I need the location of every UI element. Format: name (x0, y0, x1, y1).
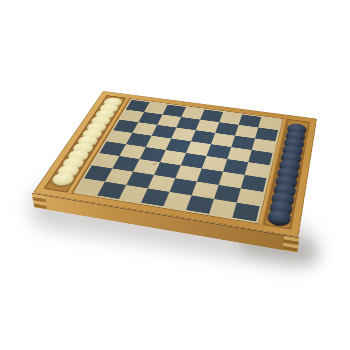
board-square[interactable] (192, 182, 219, 199)
board-square[interactable] (140, 147, 166, 162)
black-checker-piece[interactable] (276, 165, 299, 180)
board-square[interactable] (148, 175, 176, 192)
black-checker-piece[interactable] (275, 173, 299, 189)
board-square[interactable] (154, 162, 181, 178)
photo-background (0, 0, 350, 350)
board-square[interactable] (141, 188, 169, 206)
board-square[interactable] (186, 195, 214, 213)
board-square[interactable] (133, 159, 160, 175)
board-square[interactable] (163, 192, 191, 210)
black-checker-piece[interactable] (271, 190, 296, 207)
board-square[interactable] (248, 150, 272, 165)
board-square[interactable] (76, 178, 105, 195)
board-square[interactable] (84, 165, 112, 181)
board-square[interactable] (160, 150, 186, 165)
wood-stain (153, 163, 157, 165)
board-square[interactable] (175, 165, 201, 181)
board-square[interactable] (237, 188, 264, 206)
board-square[interactable] (119, 185, 148, 203)
board-square[interactable] (126, 172, 154, 189)
board-square[interactable] (181, 153, 207, 168)
board-square[interactable] (241, 175, 267, 192)
board-square[interactable] (219, 172, 245, 189)
board-square[interactable] (209, 199, 237, 218)
board-square[interactable] (197, 168, 223, 184)
board-square[interactable] (92, 153, 119, 168)
black-checker-piece[interactable] (266, 208, 292, 226)
black-checker-piece[interactable] (278, 158, 301, 173)
board-square[interactable] (227, 147, 252, 162)
board-square[interactable] (214, 185, 241, 203)
board-square[interactable] (223, 159, 248, 175)
board-square[interactable] (186, 141, 211, 156)
board-square[interactable] (202, 156, 227, 172)
board-square[interactable] (105, 168, 133, 185)
board-square[interactable] (170, 178, 197, 195)
black-checker-piece[interactable] (273, 182, 297, 199)
black-checker-piece[interactable] (269, 199, 294, 217)
board-square[interactable] (119, 144, 145, 159)
board-square[interactable] (232, 203, 259, 222)
board-square[interactable] (245, 162, 270, 178)
board-square[interactable] (207, 144, 232, 159)
board-square[interactable] (112, 156, 139, 172)
board-square[interactable] (97, 182, 126, 199)
